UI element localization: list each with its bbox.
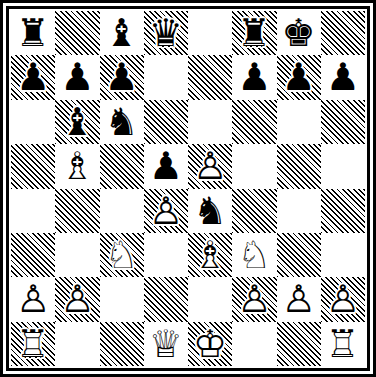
square-e8[interactable] — [188, 11, 232, 55]
square-f3[interactable]: ♞♘ — [232, 233, 276, 277]
piece-glyph: ♚ — [277, 11, 321, 55]
square-g7[interactable]: ♟♟ — [277, 55, 321, 99]
square-b6[interactable]: ♝♝ — [55, 100, 99, 144]
square-a7[interactable]: ♟♟ — [11, 55, 55, 99]
square-e4[interactable]: ♞♞ — [188, 189, 232, 233]
black-knight: ♞♞ — [188, 189, 232, 233]
square-f7[interactable]: ♟♟ — [232, 55, 276, 99]
white-knight: ♞♘ — [232, 233, 276, 277]
black-pawn: ♟♟ — [55, 55, 99, 99]
piece-glyph: ♛ — [144, 11, 188, 55]
black-rook: ♜♜ — [232, 11, 276, 55]
piece-glyph: ♜ — [11, 11, 55, 55]
square-c7[interactable]: ♟♟ — [100, 55, 144, 99]
black-rook: ♜♜ — [11, 11, 55, 55]
piece-glyph: ♜ — [232, 11, 276, 55]
piece-glyph: ♙ — [188, 144, 232, 188]
piece-glyph: ♙ — [55, 277, 99, 321]
square-a8[interactable]: ♜♜ — [11, 11, 55, 55]
piece-glyph: ♝ — [55, 100, 99, 144]
white-queen: ♛♕ — [144, 322, 188, 366]
square-d4[interactable]: ♟♙ — [144, 189, 188, 233]
square-h8[interactable] — [321, 11, 365, 55]
piece-glyph: ♙ — [232, 277, 276, 321]
square-b7[interactable]: ♟♟ — [55, 55, 99, 99]
white-bishop: ♝♗ — [55, 144, 99, 188]
square-d5[interactable]: ♟♟ — [144, 144, 188, 188]
square-a6[interactable] — [11, 100, 55, 144]
square-b1[interactable] — [55, 322, 99, 366]
square-c5[interactable] — [100, 144, 144, 188]
piece-glyph: ♔ — [188, 322, 232, 366]
square-h2[interactable]: ♟♙ — [321, 277, 365, 321]
square-e1[interactable]: ♚♔ — [188, 322, 232, 366]
chess-board: ♜♜♝♝♛♛♜♜♚♚♟♟♟♟♟♟♟♟♟♟♟♟♝♝♞♞♝♗♟♟♟♙♟♙♞♞♞♘♝♗… — [11, 11, 365, 366]
square-g8[interactable]: ♚♚ — [277, 11, 321, 55]
white-pawn: ♟♙ — [144, 189, 188, 233]
square-b4[interactable] — [55, 189, 99, 233]
square-h7[interactable]: ♟♟ — [321, 55, 365, 99]
piece-glyph: ♙ — [11, 277, 55, 321]
square-c3[interactable]: ♞♘ — [100, 233, 144, 277]
board-border: ♜♜♝♝♛♛♜♜♚♚♟♟♟♟♟♟♟♟♟♟♟♟♝♝♞♞♝♗♟♟♟♙♟♙♞♞♞♘♝♗… — [6, 6, 370, 371]
square-g1[interactable] — [277, 322, 321, 366]
square-g3[interactable] — [277, 233, 321, 277]
square-d3[interactable] — [144, 233, 188, 277]
square-f4[interactable] — [232, 189, 276, 233]
square-b5[interactable]: ♝♗ — [55, 144, 99, 188]
square-a1[interactable]: ♜♖ — [11, 322, 55, 366]
piece-glyph: ♘ — [232, 233, 276, 277]
white-pawn: ♟♙ — [55, 277, 99, 321]
square-e7[interactable] — [188, 55, 232, 99]
piece-glyph: ♙ — [321, 277, 365, 321]
piece-glyph: ♟ — [144, 144, 188, 188]
black-king: ♚♚ — [277, 11, 321, 55]
square-e5[interactable]: ♟♙ — [188, 144, 232, 188]
square-f5[interactable] — [232, 144, 276, 188]
black-pawn: ♟♟ — [277, 55, 321, 99]
piece-glyph: ♟ — [55, 55, 99, 99]
piece-glyph: ♟ — [277, 55, 321, 99]
piece-glyph: ♟ — [232, 55, 276, 99]
square-g6[interactable] — [277, 100, 321, 144]
square-h1[interactable]: ♜♖ — [321, 322, 365, 366]
square-h3[interactable] — [321, 233, 365, 277]
piece-glyph: ♟ — [321, 55, 365, 99]
square-d2[interactable] — [144, 277, 188, 321]
black-bishop: ♝♝ — [55, 100, 99, 144]
white-bishop: ♝♗ — [188, 233, 232, 277]
piece-glyph: ♞ — [188, 189, 232, 233]
square-h6[interactable] — [321, 100, 365, 144]
square-b3[interactable] — [55, 233, 99, 277]
square-g5[interactable] — [277, 144, 321, 188]
black-bishop: ♝♝ — [100, 11, 144, 55]
square-b8[interactable] — [55, 11, 99, 55]
square-g2[interactable]: ♟♙ — [277, 277, 321, 321]
square-c8[interactable]: ♝♝ — [100, 11, 144, 55]
white-rook: ♜♖ — [11, 322, 55, 366]
square-f6[interactable] — [232, 100, 276, 144]
piece-glyph: ♗ — [188, 233, 232, 277]
square-d6[interactable] — [144, 100, 188, 144]
square-a4[interactable] — [11, 189, 55, 233]
square-a2[interactable]: ♟♙ — [11, 277, 55, 321]
piece-glyph: ♝ — [100, 11, 144, 55]
black-queen: ♛♛ — [144, 11, 188, 55]
square-c1[interactable] — [100, 322, 144, 366]
square-e6[interactable] — [188, 100, 232, 144]
piece-glyph: ♙ — [277, 277, 321, 321]
piece-glyph: ♟ — [100, 55, 144, 99]
piece-glyph: ♘ — [100, 233, 144, 277]
black-pawn: ♟♟ — [321, 55, 365, 99]
square-e2[interactable] — [188, 277, 232, 321]
square-e3[interactable]: ♝♗ — [188, 233, 232, 277]
white-pawn: ♟♙ — [277, 277, 321, 321]
black-pawn: ♟♟ — [144, 144, 188, 188]
white-pawn: ♟♙ — [188, 144, 232, 188]
square-g4[interactable] — [277, 189, 321, 233]
white-rook: ♜♖ — [321, 322, 365, 366]
piece-glyph: ♞ — [100, 100, 144, 144]
piece-glyph: ♖ — [321, 322, 365, 366]
square-d7[interactable] — [144, 55, 188, 99]
black-pawn: ♟♟ — [11, 55, 55, 99]
square-h4[interactable] — [321, 189, 365, 233]
square-d8[interactable]: ♛♛ — [144, 11, 188, 55]
piece-glyph: ♕ — [144, 322, 188, 366]
square-h5[interactable] — [321, 144, 365, 188]
square-c2[interactable] — [100, 277, 144, 321]
square-f8[interactable]: ♜♜ — [232, 11, 276, 55]
diagram-frame: ♜♜♝♝♛♛♜♜♚♚♟♟♟♟♟♟♟♟♟♟♟♟♝♝♞♞♝♗♟♟♟♙♟♙♞♞♞♘♝♗… — [0, 0, 376, 377]
black-pawn: ♟♟ — [100, 55, 144, 99]
white-pawn: ♟♙ — [321, 277, 365, 321]
white-king: ♚♔ — [188, 322, 232, 366]
square-c4[interactable] — [100, 189, 144, 233]
square-c6[interactable]: ♞♞ — [100, 100, 144, 144]
piece-glyph: ♟ — [11, 55, 55, 99]
piece-glyph: ♖ — [11, 322, 55, 366]
white-pawn: ♟♙ — [11, 277, 55, 321]
square-f2[interactable]: ♟♙ — [232, 277, 276, 321]
black-knight: ♞♞ — [100, 100, 144, 144]
square-a3[interactable] — [11, 233, 55, 277]
square-f1[interactable] — [232, 322, 276, 366]
square-b2[interactable]: ♟♙ — [55, 277, 99, 321]
square-d1[interactable]: ♛♕ — [144, 322, 188, 366]
black-pawn: ♟♟ — [232, 55, 276, 99]
piece-glyph: ♗ — [55, 144, 99, 188]
white-pawn: ♟♙ — [232, 277, 276, 321]
piece-glyph: ♙ — [144, 189, 188, 233]
white-knight: ♞♘ — [100, 233, 144, 277]
square-a5[interactable] — [11, 144, 55, 188]
